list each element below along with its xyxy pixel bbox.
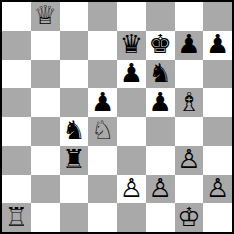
square-c7[interactable]	[60, 31, 89, 60]
piece-white-pawn-f2: ♙	[148, 175, 171, 201]
piece-white-bishop-g5: ♗	[177, 89, 200, 115]
square-f4[interactable]	[146, 117, 175, 146]
square-d2[interactable]	[88, 175, 117, 204]
square-d8[interactable]	[88, 2, 117, 31]
square-e6[interactable]: ♟	[117, 60, 146, 89]
chess-board: ♕♛♚♟♟♟♞♟♟♗♞♘♜♙♙♙♙♖♔	[0, 0, 234, 234]
square-b7[interactable]	[31, 31, 60, 60]
square-h1[interactable]	[203, 203, 232, 232]
square-f1[interactable]	[146, 203, 175, 232]
square-e5[interactable]	[117, 88, 146, 117]
square-d3[interactable]	[88, 146, 117, 175]
square-h7[interactable]: ♟	[203, 31, 232, 60]
square-g4[interactable]	[175, 117, 204, 146]
square-g6[interactable]	[175, 60, 204, 89]
square-a4[interactable]	[2, 117, 31, 146]
piece-white-king-g1: ♔	[177, 204, 200, 230]
square-c4[interactable]: ♞	[60, 117, 89, 146]
piece-white-pawn-g3: ♙	[177, 146, 200, 172]
square-g8[interactable]	[175, 2, 204, 31]
square-g2[interactable]	[175, 175, 204, 204]
piece-black-rook-c3: ♜	[62, 146, 85, 172]
square-h4[interactable]	[203, 117, 232, 146]
piece-black-pawn-e6: ♟	[120, 60, 143, 86]
square-c3[interactable]: ♜	[60, 146, 89, 175]
square-e4[interactable]	[117, 117, 146, 146]
square-c6[interactable]	[60, 60, 89, 89]
piece-white-rook-a1: ♖	[5, 204, 28, 230]
square-g1[interactable]: ♔	[175, 203, 204, 232]
square-f7[interactable]: ♚	[146, 31, 175, 60]
square-c2[interactable]	[60, 175, 89, 204]
square-c5[interactable]	[60, 88, 89, 117]
square-f2[interactable]: ♙	[146, 175, 175, 204]
square-h6[interactable]	[203, 60, 232, 89]
piece-black-knight-f6: ♞	[148, 60, 171, 86]
square-h8[interactable]	[203, 2, 232, 31]
square-d1[interactable]	[88, 203, 117, 232]
square-g3[interactable]: ♙	[175, 146, 204, 175]
square-b5[interactable]	[31, 88, 60, 117]
square-c8[interactable]	[60, 2, 89, 31]
square-e8[interactable]	[117, 2, 146, 31]
square-c1[interactable]	[60, 203, 89, 232]
square-a8[interactable]	[2, 2, 31, 31]
square-a5[interactable]	[2, 88, 31, 117]
square-e1[interactable]	[117, 203, 146, 232]
square-h2[interactable]: ♙	[203, 175, 232, 204]
square-e3[interactable]	[117, 146, 146, 175]
piece-black-pawn-d5: ♟	[91, 89, 114, 115]
square-f3[interactable]	[146, 146, 175, 175]
square-d7[interactable]	[88, 31, 117, 60]
square-g7[interactable]: ♟	[175, 31, 204, 60]
square-b3[interactable]	[31, 146, 60, 175]
square-e7[interactable]: ♛	[117, 31, 146, 60]
piece-black-knight-c4: ♞	[62, 117, 85, 143]
square-g5[interactable]: ♗	[175, 88, 204, 117]
square-b1[interactable]	[31, 203, 60, 232]
piece-black-queen-e7: ♛	[120, 31, 143, 57]
square-a6[interactable]	[2, 60, 31, 89]
square-a2[interactable]	[2, 175, 31, 204]
piece-white-pawn-h2: ♙	[206, 175, 229, 201]
square-e2[interactable]: ♙	[117, 175, 146, 204]
square-a7[interactable]	[2, 31, 31, 60]
square-f5[interactable]: ♟	[146, 88, 175, 117]
piece-black-king-f7: ♚	[148, 31, 171, 57]
square-f8[interactable]	[146, 2, 175, 31]
piece-black-pawn-f5: ♟	[148, 89, 171, 115]
square-b4[interactable]	[31, 117, 60, 146]
piece-white-knight-d4: ♘	[91, 117, 114, 143]
square-a1[interactable]: ♖	[2, 203, 31, 232]
piece-black-pawn-g7: ♟	[177, 31, 200, 57]
square-b8[interactable]: ♕	[31, 2, 60, 31]
square-b6[interactable]	[31, 60, 60, 89]
square-d4[interactable]: ♘	[88, 117, 117, 146]
square-h5[interactable]	[203, 88, 232, 117]
piece-white-pawn-e2: ♙	[120, 175, 143, 201]
piece-white-queen-b8: ♕	[33, 2, 56, 28]
square-a3[interactable]	[2, 146, 31, 175]
square-d5[interactable]: ♟	[88, 88, 117, 117]
square-d6[interactable]	[88, 60, 117, 89]
square-b2[interactable]	[31, 175, 60, 204]
square-h3[interactable]	[203, 146, 232, 175]
square-f6[interactable]: ♞	[146, 60, 175, 89]
piece-black-pawn-h7: ♟	[206, 31, 229, 57]
